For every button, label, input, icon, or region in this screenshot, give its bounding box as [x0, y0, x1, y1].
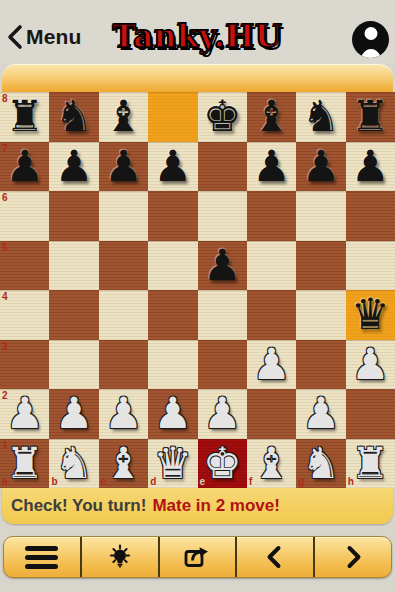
- square-h5[interactable]: [346, 241, 395, 291]
- piece-black-bishop[interactable]: ♝: [99, 92, 148, 142]
- square-g7[interactable]: ♟: [296, 142, 345, 192]
- move-list-button[interactable]: [4, 537, 80, 577]
- share-button[interactable]: [158, 537, 236, 577]
- square-e6[interactable]: [198, 191, 247, 241]
- square-b3[interactable]: [49, 340, 98, 390]
- share-export-icon: [183, 544, 211, 570]
- square-c3[interactable]: [99, 340, 148, 390]
- piece-white-rook[interactable]: ♜: [346, 439, 395, 489]
- square-g4[interactable]: [296, 290, 345, 340]
- piece-white-pawn[interactable]: ♟: [99, 389, 148, 439]
- piece-black-pawn[interactable]: ♟: [99, 142, 148, 192]
- piece-black-king[interactable]: ♚: [198, 92, 247, 142]
- square-e7[interactable]: [198, 142, 247, 192]
- piece-black-rook[interactable]: ♜: [0, 92, 49, 142]
- piece-white-pawn[interactable]: ♟: [0, 389, 49, 439]
- piece-white-pawn[interactable]: ♟: [148, 389, 197, 439]
- piece-white-bishop[interactable]: ♝: [247, 439, 296, 489]
- square-g8[interactable]: ♞: [296, 92, 345, 142]
- square-d5[interactable]: [148, 241, 197, 291]
- square-d1[interactable]: d♛: [148, 439, 197, 489]
- chevron-right-icon: [342, 544, 364, 570]
- board-card-top-strip: [2, 64, 393, 92]
- hint-button[interactable]: [80, 537, 158, 577]
- status-check-text: Check! You turn!: [11, 496, 146, 516]
- piece-white-king[interactable]: ♚: [198, 439, 247, 489]
- avatar-head: [364, 27, 377, 40]
- rank-label-5: 5: [2, 243, 8, 253]
- profile-avatar-icon[interactable]: [352, 21, 389, 58]
- back-chevron-icon: [7, 24, 23, 50]
- square-d2[interactable]: ♟: [148, 389, 197, 439]
- square-f7[interactable]: ♟: [247, 142, 296, 192]
- square-h8[interactable]: ♜: [346, 92, 395, 142]
- piece-black-pawn[interactable]: ♟: [148, 142, 197, 192]
- piece-black-pawn[interactable]: ♟: [49, 142, 98, 192]
- square-d8[interactable]: [148, 92, 197, 142]
- piece-black-pawn[interactable]: ♟: [198, 241, 247, 291]
- piece-white-pawn[interactable]: ♟: [247, 340, 296, 390]
- square-d6[interactable]: [148, 191, 197, 241]
- square-a7[interactable]: 7♟: [0, 142, 49, 192]
- square-g2[interactable]: ♟: [296, 389, 345, 439]
- piece-black-knight[interactable]: ♞: [296, 92, 345, 142]
- square-a5[interactable]: 5: [0, 241, 49, 291]
- square-c8[interactable]: ♝: [99, 92, 148, 142]
- square-b7[interactable]: ♟: [49, 142, 98, 192]
- square-b2[interactable]: ♟: [49, 389, 98, 439]
- square-f1[interactable]: f♝: [247, 439, 296, 489]
- status-bar: Check! You turn! Mate in 2 move!: [2, 488, 393, 524]
- piece-black-rook[interactable]: ♜: [346, 92, 395, 142]
- chess-app: Menu Tanky.HU 8♜♞♝♚♝♞♜7♟♟♟♟♟♟♟65♟4♛3♟♟2♟…: [0, 0, 395, 592]
- square-a2[interactable]: 2♟: [0, 389, 49, 439]
- piece-white-knight[interactable]: ♞: [49, 439, 98, 489]
- square-e3[interactable]: [198, 340, 247, 390]
- square-b1[interactable]: b♞: [49, 439, 98, 489]
- square-f5[interactable]: [247, 241, 296, 291]
- square-e4[interactable]: [198, 290, 247, 340]
- piece-black-knight[interactable]: ♞: [49, 92, 98, 142]
- square-e1[interactable]: e♚: [198, 439, 247, 489]
- menu-button[interactable]: Menu: [7, 24, 82, 50]
- piece-white-pawn[interactable]: ♟: [198, 389, 247, 439]
- square-c5[interactable]: [99, 241, 148, 291]
- square-a1[interactable]: 1a♜: [0, 439, 49, 489]
- square-a4[interactable]: 4: [0, 290, 49, 340]
- square-b6[interactable]: [49, 191, 98, 241]
- square-h7[interactable]: ♟: [346, 142, 395, 192]
- square-h2[interactable]: [346, 389, 395, 439]
- square-f3[interactable]: ♟: [247, 340, 296, 390]
- square-a3[interactable]: 3: [0, 340, 49, 390]
- avatar-shoulders: [359, 49, 383, 58]
- square-h3[interactable]: ♟: [346, 340, 395, 390]
- piece-white-knight[interactable]: ♞: [296, 439, 345, 489]
- piece-white-queen[interactable]: ♛: [148, 439, 197, 489]
- piece-white-pawn[interactable]: ♟: [296, 389, 345, 439]
- piece-black-queen[interactable]: ♛: [346, 290, 395, 340]
- square-e5[interactable]: ♟: [198, 241, 247, 291]
- square-f4[interactable]: [247, 290, 296, 340]
- app-logo: Tanky.HU: [113, 19, 283, 53]
- square-f8[interactable]: ♝: [247, 92, 296, 142]
- piece-black-pawn[interactable]: ♟: [346, 142, 395, 192]
- square-e2[interactable]: ♟: [198, 389, 247, 439]
- square-g6[interactable]: [296, 191, 345, 241]
- square-a6[interactable]: 6: [0, 191, 49, 241]
- piece-white-pawn[interactable]: ♟: [49, 389, 98, 439]
- chess-board: 8♜♞♝♚♝♞♜7♟♟♟♟♟♟♟65♟4♛3♟♟2♟♟♟♟♟♟1a♜b♞c♝d♛…: [0, 92, 395, 488]
- square-c7[interactable]: ♟: [99, 142, 148, 192]
- square-f6[interactable]: [247, 191, 296, 241]
- hamburger-icon: [25, 546, 58, 569]
- square-c1[interactable]: c♝: [99, 439, 148, 489]
- piece-black-pawn[interactable]: ♟: [0, 142, 49, 192]
- square-g3[interactable]: [296, 340, 345, 390]
- chevron-left-icon: [264, 544, 286, 570]
- lightbulb-icon: [107, 544, 133, 570]
- previous-move-button[interactable]: [235, 537, 313, 577]
- square-d3[interactable]: [148, 340, 197, 390]
- square-a8[interactable]: 8♜: [0, 92, 49, 142]
- next-move-button[interactable]: [313, 537, 391, 577]
- square-e8[interactable]: ♚: [198, 92, 247, 142]
- square-b4[interactable]: [49, 290, 98, 340]
- square-d7[interactable]: ♟: [148, 142, 197, 192]
- rank-label-6: 6: [2, 193, 8, 203]
- piece-white-bishop[interactable]: ♝: [99, 439, 148, 489]
- rank-label-3: 3: [2, 342, 8, 352]
- piece-black-pawn[interactable]: ♟: [296, 142, 345, 192]
- square-h6[interactable]: [346, 191, 395, 241]
- square-h1[interactable]: h♜: [346, 439, 395, 489]
- square-b5[interactable]: [49, 241, 98, 291]
- status-mate-text: Mate in 2 move!: [152, 496, 280, 516]
- toolbar: [3, 536, 392, 578]
- square-d4[interactable]: [148, 290, 197, 340]
- square-c4[interactable]: [99, 290, 148, 340]
- square-c2[interactable]: ♟: [99, 389, 148, 439]
- piece-white-rook[interactable]: ♜: [0, 439, 49, 489]
- piece-black-bishop[interactable]: ♝: [247, 92, 296, 142]
- square-h4[interactable]: ♛: [346, 290, 395, 340]
- piece-black-pawn[interactable]: ♟: [247, 142, 296, 192]
- square-b8[interactable]: ♞: [49, 92, 98, 142]
- menu-label: Menu: [26, 25, 82, 49]
- square-g1[interactable]: g♞: [296, 439, 345, 489]
- piece-white-pawn[interactable]: ♟: [346, 340, 395, 390]
- rank-label-4: 4: [2, 292, 8, 302]
- header: Menu Tanky.HU: [0, 0, 395, 64]
- square-c6[interactable]: [99, 191, 148, 241]
- square-g5[interactable]: [296, 241, 345, 291]
- square-f2[interactable]: [247, 389, 296, 439]
